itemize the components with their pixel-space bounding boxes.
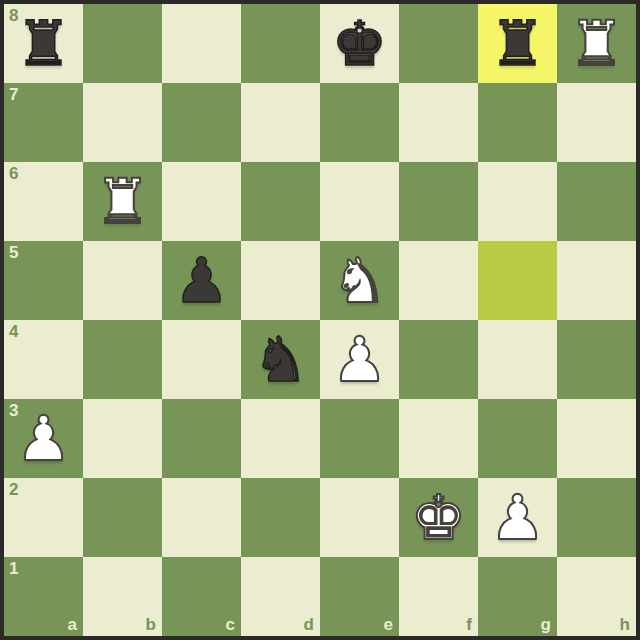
- square-d4[interactable]: ♞: [241, 320, 320, 399]
- square-c3[interactable]: [162, 399, 241, 478]
- rank-label-4: 4: [9, 323, 18, 340]
- square-a3[interactable]: 3♟: [4, 399, 83, 478]
- square-f8[interactable]: [399, 4, 478, 83]
- square-b5[interactable]: [83, 241, 162, 320]
- square-h8[interactable]: ♜: [557, 4, 636, 83]
- square-d7[interactable]: [241, 83, 320, 162]
- rank-label-5: 5: [9, 244, 18, 261]
- square-g8[interactable]: ♜: [478, 4, 557, 83]
- square-h7[interactable]: [557, 83, 636, 162]
- square-g1[interactable]: g: [478, 557, 557, 636]
- chess-board: 8♜♚♜♜76♜5♟♞4♞♟3♟2♚♟1abcdefgh: [4, 4, 636, 636]
- square-b8[interactable]: [83, 4, 162, 83]
- square-h1[interactable]: h: [557, 557, 636, 636]
- square-d6[interactable]: [241, 162, 320, 241]
- square-a8[interactable]: 8♜: [4, 4, 83, 83]
- square-b1[interactable]: b: [83, 557, 162, 636]
- square-c4[interactable]: [162, 320, 241, 399]
- square-a2[interactable]: 2: [4, 478, 83, 557]
- square-g3[interactable]: [478, 399, 557, 478]
- square-g5[interactable]: [478, 241, 557, 320]
- file-label-g: g: [541, 616, 551, 633]
- square-f7[interactable]: [399, 83, 478, 162]
- board-frame: 8♜♚♜♜76♜5♟♞4♞♟3♟2♚♟1abcdefgh: [0, 0, 640, 640]
- black-rook-piece[interactable]: ♜: [478, 4, 557, 83]
- square-g7[interactable]: [478, 83, 557, 162]
- square-f4[interactable]: [399, 320, 478, 399]
- square-e5[interactable]: ♞: [320, 241, 399, 320]
- file-label-d: d: [304, 616, 314, 633]
- square-c1[interactable]: c: [162, 557, 241, 636]
- square-h2[interactable]: [557, 478, 636, 557]
- square-c7[interactable]: [162, 83, 241, 162]
- square-h4[interactable]: [557, 320, 636, 399]
- square-b6[interactable]: ♜: [83, 162, 162, 241]
- black-pawn-piece[interactable]: ♟: [162, 241, 241, 320]
- square-d2[interactable]: [241, 478, 320, 557]
- square-g4[interactable]: [478, 320, 557, 399]
- square-d8[interactable]: [241, 4, 320, 83]
- rank-label-1: 1: [9, 560, 18, 577]
- square-h3[interactable]: [557, 399, 636, 478]
- square-a6[interactable]: 6: [4, 162, 83, 241]
- square-b2[interactable]: [83, 478, 162, 557]
- file-label-a: a: [68, 616, 77, 633]
- square-c6[interactable]: [162, 162, 241, 241]
- white-pawn-piece[interactable]: ♟: [478, 478, 557, 557]
- square-c2[interactable]: [162, 478, 241, 557]
- black-king-piece[interactable]: ♚: [320, 4, 399, 83]
- square-e1[interactable]: e: [320, 557, 399, 636]
- square-d3[interactable]: [241, 399, 320, 478]
- file-label-h: h: [620, 616, 630, 633]
- black-rook-piece[interactable]: ♜: [4, 4, 83, 83]
- square-a7[interactable]: 7: [4, 83, 83, 162]
- file-label-c: c: [226, 616, 235, 633]
- square-e4[interactable]: ♟: [320, 320, 399, 399]
- square-g2[interactable]: ♟: [478, 478, 557, 557]
- file-label-e: e: [384, 616, 393, 633]
- square-b3[interactable]: [83, 399, 162, 478]
- square-b4[interactable]: [83, 320, 162, 399]
- rank-label-7: 7: [9, 86, 18, 103]
- square-g6[interactable]: [478, 162, 557, 241]
- square-a5[interactable]: 5: [4, 241, 83, 320]
- rank-label-2: 2: [9, 481, 18, 498]
- square-e3[interactable]: [320, 399, 399, 478]
- square-f3[interactable]: [399, 399, 478, 478]
- square-d1[interactable]: d: [241, 557, 320, 636]
- square-c5[interactable]: ♟: [162, 241, 241, 320]
- square-a1[interactable]: 1a: [4, 557, 83, 636]
- white-rook-piece[interactable]: ♜: [83, 162, 162, 241]
- square-e8[interactable]: ♚: [320, 4, 399, 83]
- white-knight-piece[interactable]: ♞: [320, 241, 399, 320]
- square-f2[interactable]: ♚: [399, 478, 478, 557]
- white-pawn-piece[interactable]: ♟: [4, 399, 83, 478]
- square-h5[interactable]: [557, 241, 636, 320]
- file-label-f: f: [466, 616, 472, 633]
- white-pawn-piece[interactable]: ♟: [320, 320, 399, 399]
- rank-label-6: 6: [9, 165, 18, 182]
- square-a4[interactable]: 4: [4, 320, 83, 399]
- square-e6[interactable]: [320, 162, 399, 241]
- square-d5[interactable]: [241, 241, 320, 320]
- square-b7[interactable]: [83, 83, 162, 162]
- square-f5[interactable]: [399, 241, 478, 320]
- square-f6[interactable]: [399, 162, 478, 241]
- square-e2[interactable]: [320, 478, 399, 557]
- file-label-b: b: [146, 616, 156, 633]
- white-rook-piece[interactable]: ♜: [557, 4, 636, 83]
- white-king-piece[interactable]: ♚: [399, 478, 478, 557]
- black-knight-piece[interactable]: ♞: [241, 320, 320, 399]
- square-e7[interactable]: [320, 83, 399, 162]
- square-c8[interactable]: [162, 4, 241, 83]
- square-h6[interactable]: [557, 162, 636, 241]
- square-f1[interactable]: f: [399, 557, 478, 636]
